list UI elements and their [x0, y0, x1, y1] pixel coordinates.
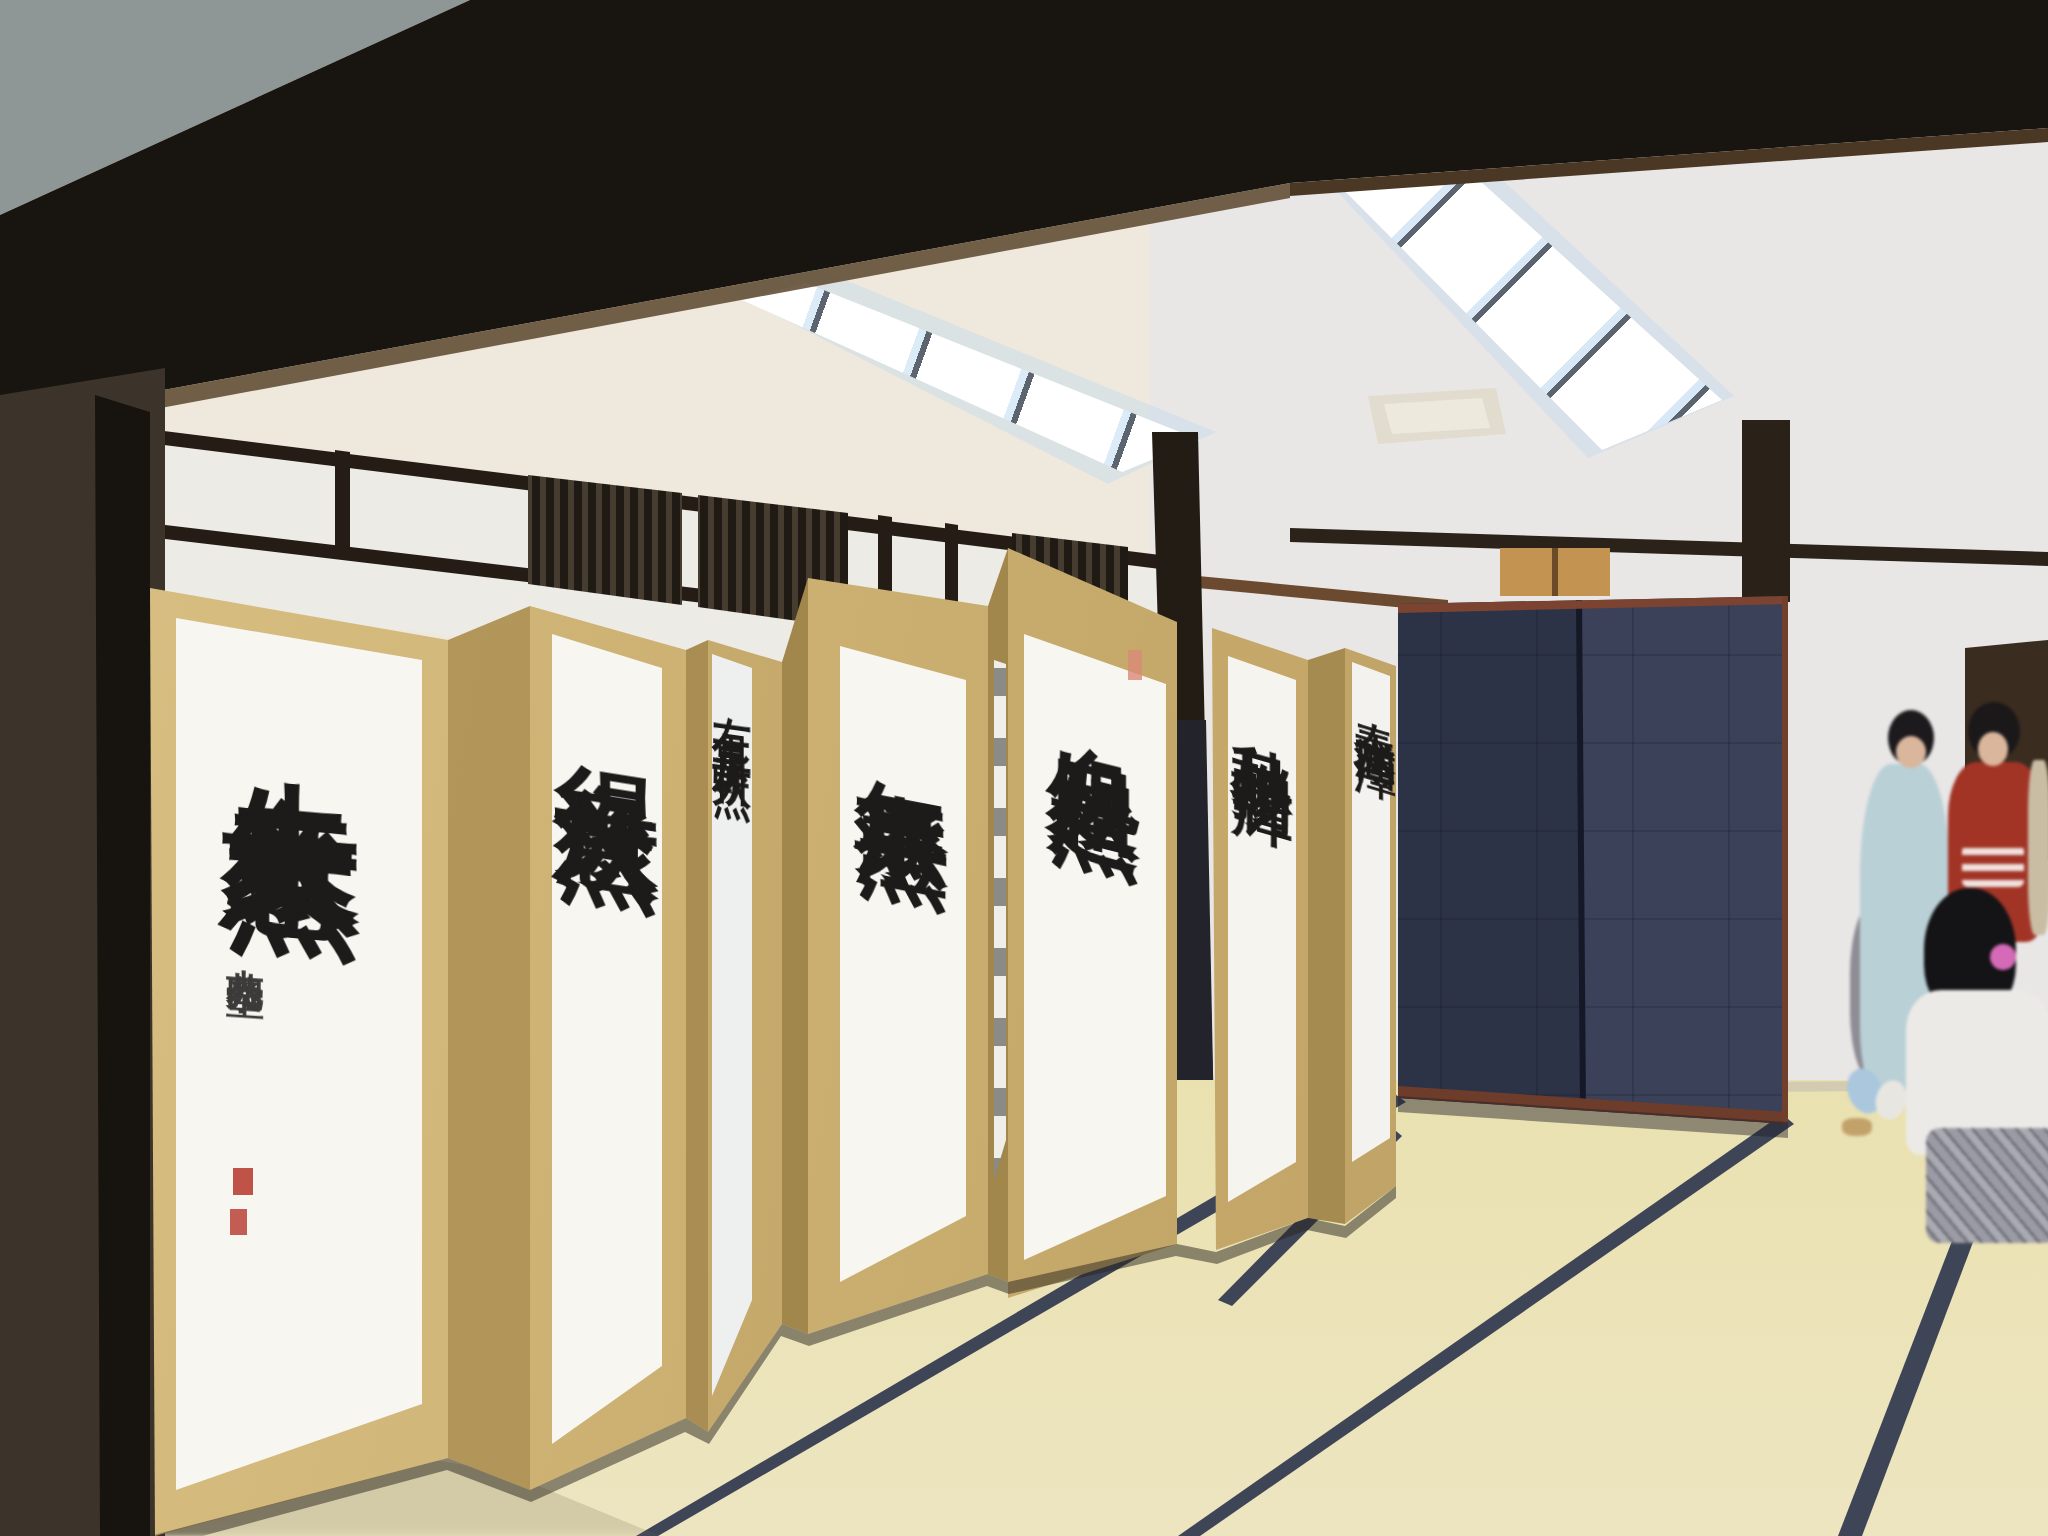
red-kimono-obi-pattern: [1962, 845, 2024, 887]
calligraphy-panel-7: 春水満四澤: [1354, 684, 1396, 1127]
woman-red-kimono-face: [1978, 732, 2008, 766]
red-seal-2: [230, 1209, 247, 1235]
woman-blue-kimono-face: [1896, 736, 1926, 768]
girl-plaid-skirt: [1926, 1128, 2048, 1243]
calligraphy-panel-4: 無事澄然: [856, 700, 950, 1218]
person-beige: [2028, 760, 2048, 935]
red-seal-1: [233, 1168, 253, 1195]
girl-scrunchie: [1990, 944, 2016, 970]
exhibition-room-photo: 失意泰然 内苑恭堂 得意淡然 有事斬然 無事澄然 自処超然 秋月揚明輝 春水満四…: [0, 0, 2048, 1536]
calligraphy-panel-5: 自処超然: [1048, 662, 1142, 1225]
calligraphy-signature: 内苑恭堂: [226, 938, 264, 1171]
tan-sandal: [1842, 1118, 1872, 1136]
calligraphy-panel-2: 得意淡然: [556, 678, 660, 1354]
calligraphy-panel-6: 秋月揚明輝: [1231, 690, 1293, 1178]
red-seal-panel-5: [1128, 650, 1142, 680]
calligraphy-panel-3: 有事斬然: [713, 672, 752, 1237]
